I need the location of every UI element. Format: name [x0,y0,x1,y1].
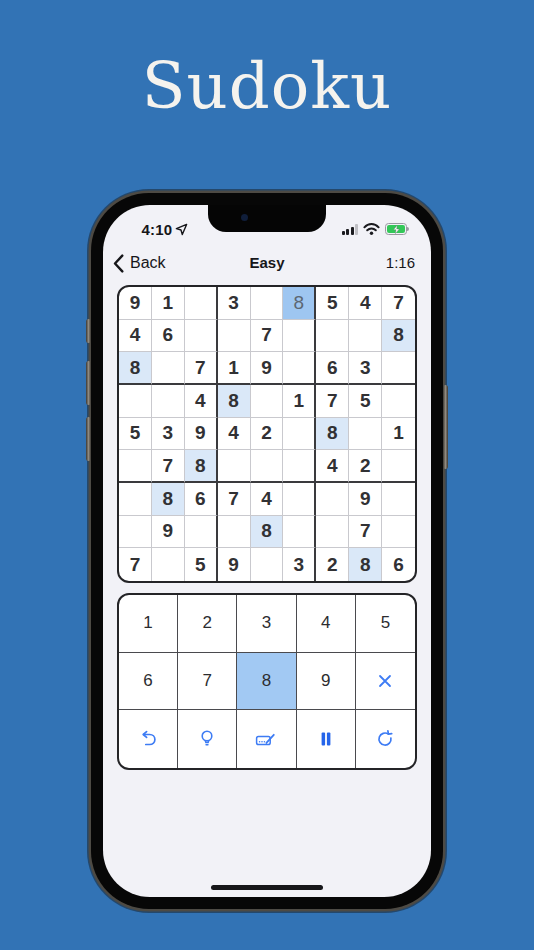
sudoku-cell[interactable]: 8 [185,450,218,483]
key-1[interactable]: 1 [119,595,178,653]
sudoku-cell[interactable]: 9 [251,352,284,385]
sudoku-cell[interactable] [251,287,284,320]
power-button [443,385,448,469]
pause-icon [315,729,337,749]
nav-bar: Back Easy 1:16 [103,249,431,277]
cellular-signal-icon [342,224,359,235]
sudoku-cell[interactable]: 2 [349,450,382,483]
key-6[interactable]: 6 [119,653,178,711]
sudoku-cell[interactable] [251,450,284,483]
sudoku-cell[interactable]: 9 [119,287,152,320]
sudoku-cell[interactable] [251,548,284,581]
notes-button[interactable] [237,710,296,768]
sudoku-cell[interactable] [218,450,251,483]
sudoku-cell[interactable]: 3 [349,352,382,385]
sudoku-cell[interactable] [382,352,415,385]
sudoku-cell[interactable] [218,320,251,353]
sudoku-cell[interactable]: 1 [382,418,415,451]
game-timer: 1:16 [386,249,415,277]
sudoku-cell[interactable]: 7 [349,516,382,549]
sudoku-cell[interactable] [382,483,415,516]
key-8-selected[interactable]: 8 [237,653,296,711]
sudoku-cell[interactable] [152,352,185,385]
sudoku-cell[interactable]: 8 [251,516,284,549]
sudoku-cell[interactable] [382,516,415,549]
sudoku-cell[interactable]: 9 [152,516,185,549]
redo-button[interactable] [356,710,415,768]
key-7[interactable]: 7 [178,653,237,711]
key-2[interactable]: 2 [178,595,237,653]
sudoku-cell[interactable] [283,418,316,451]
sudoku-cell[interactable]: 6 [185,483,218,516]
sudoku-cell[interactable]: 9 [349,483,382,516]
sudoku-cell[interactable]: 8 [316,418,349,451]
sudoku-cell[interactable] [185,516,218,549]
key-4[interactable]: 4 [297,595,356,653]
sudoku-cell[interactable]: 5 [349,385,382,418]
redo-icon [374,729,396,749]
sudoku-cell[interactable]: 3 [283,548,316,581]
sudoku-cell[interactable]: 6 [382,548,415,581]
wifi-icon [363,223,380,235]
home-indicator[interactable] [211,885,323,890]
volume-up-button [86,361,91,405]
sudoku-cell[interactable]: 4 [218,418,251,451]
sudoku-cell[interactable]: 2 [251,418,284,451]
sudoku-cell[interactable]: 9 [218,548,251,581]
sudoku-cell[interactable] [349,418,382,451]
sudoku-cell[interactable]: 2 [316,548,349,581]
sudoku-cell[interactable] [316,516,349,549]
sudoku-cell[interactable]: 7 [382,287,415,320]
clock-text: 4:10 [142,221,173,238]
sudoku-cell[interactable]: 8 [218,385,251,418]
sudoku-cell[interactable]: 8 [382,320,415,353]
key-9[interactable]: 9 [297,653,356,711]
lightbulb-icon [196,729,218,749]
sudoku-cell[interactable]: 5 [316,287,349,320]
sudoku-cell[interactable]: 7 [185,352,218,385]
sudoku-cell[interactable] [152,385,185,418]
sudoku-cell[interactable]: 3 [218,287,251,320]
sudoku-cell[interactable]: 8 [349,548,382,581]
sudoku-cell[interactable]: 3 [152,418,185,451]
key-5[interactable]: 5 [356,595,415,653]
sudoku-cell[interactable]: 4 [349,287,382,320]
sudoku-cell[interactable] [119,385,152,418]
sudoku-cell[interactable]: 4 [251,483,284,516]
sudoku-cell[interactable]: 7 [316,385,349,418]
status-bar-left: 4:10 [117,219,213,239]
sudoku-cell[interactable]: 7 [152,450,185,483]
sudoku-cell[interactable] [283,352,316,385]
sudoku-cell[interactable]: 5 [119,418,152,451]
battery-charging-icon [385,223,410,235]
sudoku-board: 9138547467887196348175539428178428674998… [117,285,417,583]
sudoku-cell[interactable]: 4 [316,450,349,483]
sudoku-cell[interactable] [119,450,152,483]
mute-switch [86,319,91,343]
volume-down-button [86,417,91,461]
phone-screen: 4:10 [103,205,431,897]
status-bar-right [323,221,429,237]
sudoku-cell[interactable] [283,320,316,353]
sudoku-cell[interactable]: 9 [185,418,218,451]
sudoku-cell[interactable] [152,548,185,581]
sudoku-cell[interactable] [119,483,152,516]
sudoku-cell[interactable] [283,483,316,516]
pause-button[interactable] [297,710,356,768]
sudoku-cell[interactable] [283,516,316,549]
sudoku-cell[interactable] [119,516,152,549]
sudoku-cell[interactable]: 7 [251,320,284,353]
sudoku-cell[interactable]: 6 [316,352,349,385]
sudoku-cell[interactable]: 4 [119,320,152,353]
notes-pencil-icon [254,729,278,749]
sudoku-cell[interactable]: 1 [218,352,251,385]
number-pad: 1 2 3 4 5 6 7 8 9 [117,593,417,770]
sudoku-cell[interactable] [218,516,251,549]
clear-x-icon [375,671,395,691]
sudoku-cell[interactable] [382,385,415,418]
location-arrow-icon [175,223,188,236]
sudoku-cell[interactable] [316,483,349,516]
clear-button[interactable] [356,653,415,711]
sudoku-cell[interactable] [185,320,218,353]
sudoku-cell[interactable]: 6 [152,320,185,353]
undo-icon [137,729,159,749]
sudoku-cell[interactable] [251,385,284,418]
undo-button[interactable] [119,710,178,768]
sudoku-cell[interactable] [283,450,316,483]
phone-frame: 4:10 [91,193,443,909]
sudoku-cell[interactable]: 8 [152,483,185,516]
sudoku-cell[interactable] [316,320,349,353]
difficulty-title: Easy [103,249,431,277]
sudoku-cell[interactable]: 8 [283,287,316,320]
sudoku-cell[interactable]: 7 [119,548,152,581]
sudoku-cell[interactable] [382,450,415,483]
sudoku-cell[interactable] [185,287,218,320]
sudoku-cell[interactable]: 4 [185,385,218,418]
sudoku-cell[interactable]: 1 [283,385,316,418]
camera-icon [241,214,248,221]
sudoku-cell[interactable]: 7 [218,483,251,516]
sudoku-cell[interactable]: 1 [152,287,185,320]
sudoku-cell[interactable] [349,320,382,353]
notch [208,205,326,232]
sudoku-cell[interactable]: 8 [119,352,152,385]
key-3[interactable]: 3 [237,595,296,653]
hint-button[interactable] [178,710,237,768]
page-title: Sudoku [0,54,534,118]
sudoku-cell[interactable]: 5 [185,548,218,581]
